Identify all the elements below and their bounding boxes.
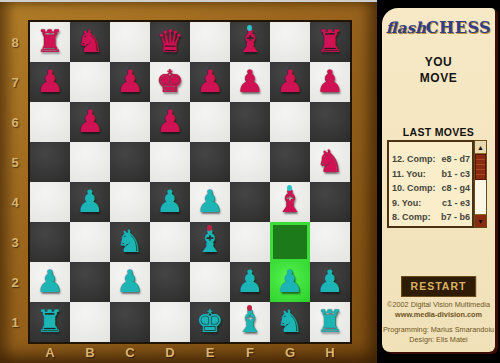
black-pawn-piece[interactable]: ♟ [36,62,64,100]
square-h7[interactable]: ♟ [310,62,350,102]
move-squares: c1 - e3 [442,196,470,211]
white-bishop-piece[interactable]: ♝ [196,222,224,260]
white-king-piece[interactable]: ♚ [196,302,224,340]
black-bishop-piece[interactable]: ♝ [236,22,264,60]
credits-block: ©2002 Digital Vision Multimedia www.medi… [382,300,495,344]
move-entry: 12. Comp: e8 - d7 [392,152,470,167]
black-rook-piece[interactable]: ♜ [36,22,64,60]
move-entry: 8. Comp: b7 - b6 [392,210,470,225]
black-rook-piece[interactable]: ♜ [316,22,344,60]
logo-flash: flash [386,19,426,37]
bishop-tip-decoration [247,305,252,311]
square-d2[interactable] [150,262,190,302]
square-h5[interactable]: ♞ [310,142,350,182]
rank-label-4: 4 [3,182,27,222]
square-f8[interactable]: ♝ [230,22,270,62]
restart-button[interactable]: RESTART [401,276,477,297]
square-a5[interactable] [30,142,70,182]
black-bishop-piece[interactable]: ♝ [276,182,304,220]
file-label-e: E [190,343,230,361]
rank-label-6: 6 [3,102,27,142]
move-entry: 11. You: b1 - c3 [392,167,470,182]
black-pawn-piece[interactable]: ♟ [236,62,264,100]
square-c2[interactable]: ♟ [110,262,150,302]
square-a4[interactable] [30,182,70,222]
square-h1[interactable]: ♜ [310,302,350,342]
square-b2[interactable] [70,262,110,302]
rank-label-8: 8 [3,22,27,62]
scrollbar-thumb[interactable] [475,154,486,180]
turn-status: YOU MOVE [382,54,495,86]
square-g6[interactable] [270,102,310,142]
moves-list[interactable]: 12. Comp: e8 - d7 11. You: b1 - c3 10. C… [387,140,474,228]
square-a6[interactable] [30,102,70,142]
logo-chess: CHESS [426,18,491,37]
white-bishop-piece[interactable]: ♝ [236,302,264,340]
square-e6[interactable] [190,102,230,142]
square-c5[interactable] [110,142,150,182]
programming-credit: Programming: Marius Smarandoiu [382,325,495,335]
square-a8[interactable]: ♜ [30,22,70,62]
black-queen-piece[interactable]: ♛ [156,22,184,60]
square-e8[interactable] [190,22,230,62]
move-label: 8. Comp: [392,210,431,225]
scroll-up-icon[interactable]: ▲ [475,141,486,154]
square-h8[interactable]: ♜ [310,22,350,62]
black-pawn-piece[interactable]: ♟ [316,62,344,100]
square-g3[interactable] [270,222,310,262]
square-f6[interactable] [230,102,270,142]
white-pawn-piece[interactable]: ♟ [156,182,184,220]
square-f1[interactable]: ♝ [230,302,270,342]
file-label-h: H [310,343,350,361]
rank-label-1: 1 [3,302,27,342]
square-e7[interactable]: ♟ [190,62,230,102]
white-pawn-piece[interactable]: ♟ [36,262,64,300]
last-moves-widget: 12. Comp: e8 - d7 11. You: b1 - c3 10. C… [387,140,487,228]
rank-label-2: 2 [3,262,27,302]
move-squares: c8 - g4 [441,181,470,196]
square-a1[interactable]: ♜ [30,302,70,342]
move-label: 9. You: [392,196,421,211]
square-b6[interactable]: ♟ [70,102,110,142]
square-g8[interactable] [270,22,310,62]
file-label-a: A [30,343,70,361]
turn-status-line1: YOU [382,54,495,70]
square-h2[interactable]: ♟ [310,262,350,302]
scrollbar-track[interactable] [475,180,486,214]
white-pawn-piece[interactable]: ♟ [196,182,224,220]
square-b5[interactable] [70,142,110,182]
square-a3[interactable] [30,222,70,262]
white-pawn-piece[interactable]: ♟ [236,262,264,300]
file-label-f: F [230,343,270,361]
square-e2[interactable] [190,262,230,302]
square-a2[interactable]: ♟ [30,262,70,302]
square-h6[interactable] [310,102,350,142]
move-entry: 10. Comp: c8 - g4 [392,181,470,196]
square-h3[interactable] [310,222,350,262]
square-d5[interactable] [150,142,190,182]
file-label-c: C [110,343,150,361]
bishop-tip-decoration [207,225,212,231]
square-g4[interactable]: ♝ [270,182,310,222]
square-e1[interactable]: ♚ [190,302,230,342]
scroll-down-icon[interactable]: ▼ [475,214,486,227]
move-squares: e8 - d7 [441,152,470,167]
bishop-tip-decoration [247,25,252,31]
square-d4[interactable]: ♟ [150,182,190,222]
file-label-g: G [270,343,310,361]
square-e4[interactable]: ♟ [190,182,230,222]
square-d7[interactable]: ♚ [150,62,190,102]
chess-board[interactable]: ♜♞♛♝♜♟♟♚♟♟♟♟♟♟♞♟♟♟♝♞♝♟♟♟♟♟♜♚♝♞♜ [28,20,352,344]
square-g5[interactable] [270,142,310,182]
white-knight-piece[interactable]: ♞ [276,302,304,340]
black-knight-piece[interactable]: ♞ [76,22,104,60]
black-knight-piece[interactable]: ♞ [316,142,344,180]
move-squares: b7 - b6 [441,210,470,225]
move-label: 10. Comp: [392,181,436,196]
square-c7[interactable]: ♟ [110,62,150,102]
flashchess-app: 87654321 ♜♞♛♝♜♟♟♚♟♟♟♟♟♟♞♟♟♟♝♞♝♟♟♟♟♟♜♚♝♞♜… [0,0,500,363]
move-label: 11. You: [392,167,426,182]
square-e3[interactable]: ♝ [190,222,230,262]
square-f2[interactable]: ♟ [230,262,270,302]
app-logo: flashCHESS [382,18,495,37]
square-b1[interactable] [70,302,110,342]
black-king-piece[interactable]: ♚ [156,62,184,100]
black-pawn-piece[interactable]: ♟ [276,62,304,100]
rank-label-3: 3 [3,222,27,262]
rank-label-7: 7 [3,62,27,102]
square-b7[interactable] [70,62,110,102]
copyright-line: ©2002 Digital Vision Multimedia [382,300,495,310]
black-pawn-piece[interactable]: ♟ [196,62,224,100]
sidebar-panel: flashCHESS YOU MOVE LAST MOVES 12. Comp:… [382,8,495,352]
square-b4[interactable]: ♟ [70,182,110,222]
rank-labels: 87654321 [3,22,27,342]
square-f7[interactable]: ♟ [230,62,270,102]
square-f4[interactable] [230,182,270,222]
square-b8[interactable]: ♞ [70,22,110,62]
square-d6[interactable]: ♟ [150,102,190,142]
move-squares: b1 - c3 [441,167,470,182]
board-frame: 87654321 ♜♞♛♝♜♟♟♚♟♟♟♟♟♟♞♟♟♟♝♞♝♟♟♟♟♟♜♚♝♞♜… [0,0,377,363]
square-a7[interactable]: ♟ [30,62,70,102]
moves-scrollbar[interactable]: ▲ ▼ [474,140,487,228]
square-c3[interactable]: ♞ [110,222,150,262]
square-h4[interactable] [310,182,350,222]
file-label-d: D [150,343,190,361]
square-d8[interactable]: ♛ [150,22,190,62]
white-rook-piece[interactable]: ♜ [316,302,344,340]
black-pawn-piece[interactable]: ♟ [116,62,144,100]
last-moves-title: LAST MOVES [382,126,495,138]
square-d3[interactable] [150,222,190,262]
file-label-b: B [70,343,110,361]
white-rook-piece[interactable]: ♜ [36,302,64,340]
bishop-tip-decoration [287,185,292,191]
rank-label-5: 5 [3,142,27,182]
square-f5[interactable] [230,142,270,182]
square-g1[interactable]: ♞ [270,302,310,342]
file-labels: ABCDEFGH [30,343,350,361]
white-knight-piece[interactable]: ♞ [116,222,144,260]
square-e5[interactable] [190,142,230,182]
square-b3[interactable] [70,222,110,262]
square-g7[interactable]: ♟ [270,62,310,102]
white-pawn-piece[interactable]: ♟ [76,182,104,220]
white-pawn-piece[interactable]: ♟ [316,262,344,300]
black-pawn-piece[interactable]: ♟ [156,102,184,140]
square-g2[interactable]: ♟ [270,262,310,302]
square-f3[interactable] [230,222,270,262]
design-credit: Design: Elis Matei [382,335,495,345]
white-pawn-piece[interactable]: ♟ [116,262,144,300]
website-line: www.media-division.com [382,310,495,320]
turn-status-line2: MOVE [382,70,495,86]
black-pawn-piece[interactable]: ♟ [76,102,104,140]
square-c1[interactable] [110,302,150,342]
square-c4[interactable] [110,182,150,222]
move-label: 12. Comp: [392,152,436,167]
move-entry: 9. You: c1 - e3 [392,196,470,211]
white-pawn-piece[interactable]: ♟ [276,262,304,300]
square-c6[interactable] [110,102,150,142]
square-d1[interactable] [150,302,190,342]
square-c8[interactable] [110,22,150,62]
